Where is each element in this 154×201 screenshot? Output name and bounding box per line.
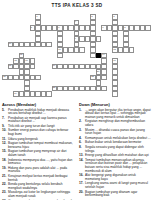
clue-text: Indonesia mempunyai dua ..., yaitu hujan… [8, 159, 74, 166]
cell-number: 14 [102, 53, 105, 56]
down-clue-list: 1.... angin akan berputar jika tertiup a… [79, 109, 151, 198]
clue-text: Perubahan air menjadi uap karena panas m… [8, 117, 74, 124]
clue-text: Sumber energi panas dan cahaya terbesar … [8, 129, 74, 136]
clue-item: 7.Perubahan air menjadi uap karena panas… [2, 117, 74, 124]
cell-number: 17 [113, 59, 116, 62]
clue-item: 3.Musim ... ditandai cuaca panas dan jar… [79, 129, 151, 136]
clue-item: 14.Tempat tumbuhan menancapkan akarnya, … [79, 159, 151, 174]
cell-number: 21 [3, 75, 6, 78]
cell-number: 1 [36, 15, 37, 18]
across-clues-column: Across (Mendatar) 5.Perubahan makhluk hi… [2, 102, 74, 200]
cell-number: 3 [113, 15, 114, 18]
across-clue-list: 5.Perubahan makhluk hidup menjadi dewasa… [2, 109, 74, 201]
clue-text: Kegiatan menghirup dan menghembuskan uda… [85, 120, 151, 127]
clue-text: Lengkung warna-warni di langit yang munc… [85, 182, 151, 189]
cell-number: 23 [53, 86, 56, 89]
clue-item: 10.Sumber energi panas dan cahaya terbes… [2, 129, 74, 136]
cell-number: 20 [97, 70, 100, 73]
across-header: Across (Mendatar) [2, 102, 74, 107]
clue-text: Perubahan makhluk hidup menjadi dewasa s… [8, 109, 74, 116]
cell-number: 18 [9, 64, 12, 67]
cell-number: 7 [102, 26, 103, 29]
clue-item: 20.Bagian tumbuhan yang ditanam agar ber… [79, 191, 151, 198]
clue-text: ... angin akan berputar jika tertiup ang… [85, 109, 151, 120]
clue-text: Masuknya zat kotor ke lingkungan sehingg… [8, 191, 74, 198]
cell-number: 9 [75, 37, 76, 40]
cell-number: 24 [14, 92, 17, 95]
cell-number: 6 [58, 26, 59, 29]
clue-text: Tempat tumbuhan menancapkan akarnya, ter… [85, 159, 151, 174]
cell-number: 11 [58, 48, 60, 51]
cell-number: 19 [53, 64, 56, 67]
clue-item: 1.... angin akan berputar jika tertiup a… [79, 109, 151, 120]
void-cell [145, 91, 151, 97]
clue-item: 2.Kegiatan menghirup dan menghembuskan u… [79, 120, 151, 127]
page-title: TTS IPA KELAS 3 SD [0, 3, 154, 8]
clue-item: 19.Hidung dan paru-paru adalah alat ... … [2, 167, 74, 174]
clue-item: 23.Masuknya zat kotor ke lingkungan sehi… [2, 191, 74, 198]
clue-section: Across (Mendatar) 5.Perubahan makhluk hi… [2, 102, 152, 200]
clue-text: Musim ... ditandai cuaca panas dan jaran… [85, 129, 151, 136]
clue-text: Hidung dan paru-paru adalah alat ... pad… [8, 167, 74, 174]
crossword-grid[interactable]: 123456789101112131415161718192021222324 [2, 14, 151, 97]
clue-text: Bagian tumbuhan yang menyerap air dari d… [8, 150, 74, 157]
cell-number: 15 [14, 59, 17, 62]
cell-number: 22 [91, 75, 94, 78]
cell-number: 4 [75, 20, 76, 23]
cell-number: 10 [9, 42, 12, 45]
clue-text: Bagian tumbuhan yang ditanam agar berkem… [85, 191, 151, 198]
clue-item: 17.Lengkung warna-warni di langit yang m… [79, 182, 151, 189]
clue-item: 5.Perubahan makhluk hidup menjadi dewasa… [2, 109, 74, 116]
clue-item: 18.Indonesia mempunyai dua ..., yaitu hu… [2, 159, 74, 166]
down-header: Down (Menurun) [79, 102, 151, 107]
cell-number: 8 [124, 26, 125, 29]
cell-number: 12 [113, 48, 116, 51]
cell-number: 16 [25, 59, 28, 62]
cell-number: 13 [20, 53, 23, 56]
down-clues-column: Down (Menurun) 1.... angin akan berputar… [79, 102, 151, 200]
cell-number: 5 [31, 26, 32, 29]
cell-number: 2 [91, 15, 92, 18]
clue-item: 15.Bagian tumbuhan yang menyerap air dar… [2, 150, 74, 157]
